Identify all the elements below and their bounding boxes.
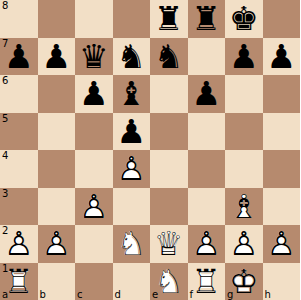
- black-rook-glyph: ♜: [150, 0, 188, 38]
- black-pawn-glyph: ♟: [263, 38, 301, 76]
- black-knight-glyph: ♞: [113, 38, 151, 76]
- square-c5[interactable]: [75, 113, 113, 151]
- square-e8[interactable]: ♜: [150, 0, 188, 38]
- square-c3[interactable]: ♟♙: [75, 188, 113, 226]
- piece-black-queen[interactable]: ♛: [75, 38, 113, 76]
- square-d6[interactable]: ♝: [113, 75, 151, 113]
- square-a7[interactable]: 7♟: [0, 38, 38, 76]
- black-pawn-glyph: ♟: [113, 113, 151, 151]
- rank-label-4: 4: [2, 151, 8, 161]
- square-f3[interactable]: [188, 188, 226, 226]
- rank-label-3: 3: [2, 189, 8, 199]
- rank-label-6: 6: [2, 76, 8, 86]
- file-label-a: a: [2, 290, 8, 300]
- piece-white-queen[interactable]: ♛♕: [150, 225, 188, 263]
- piece-black-rook[interactable]: ♜: [150, 0, 188, 38]
- square-d1[interactable]: d: [113, 263, 151, 300]
- square-h6[interactable]: [263, 75, 301, 113]
- square-f7[interactable]: [188, 38, 226, 76]
- square-g2[interactable]: ♟♙: [225, 225, 263, 263]
- square-a5[interactable]: 5: [0, 113, 38, 151]
- piece-white-bishop[interactable]: ♝♗: [225, 188, 263, 226]
- white-pawn-outline: ♙: [75, 188, 113, 226]
- square-f4[interactable]: [188, 150, 226, 188]
- black-rook-glyph: ♜: [188, 0, 226, 38]
- file-label-h: h: [265, 290, 271, 300]
- black-knight-glyph: ♞: [150, 38, 188, 76]
- square-e7[interactable]: ♞: [150, 38, 188, 76]
- square-h5[interactable]: [263, 113, 301, 151]
- square-h7[interactable]: ♟: [263, 38, 301, 76]
- file-label-d: d: [115, 290, 121, 300]
- square-a8[interactable]: 8: [0, 0, 38, 38]
- square-h1[interactable]: h: [263, 263, 301, 300]
- piece-black-pawn[interactable]: ♟: [75, 75, 113, 113]
- black-bishop-glyph: ♝: [113, 75, 151, 113]
- square-b4[interactable]: [38, 150, 76, 188]
- piece-white-pawn[interactable]: ♟♙: [38, 225, 76, 263]
- square-c8[interactable]: [75, 0, 113, 38]
- square-h8[interactable]: [263, 0, 301, 38]
- square-g3[interactable]: ♝♗: [225, 188, 263, 226]
- square-a1[interactable]: 1a♜♖: [0, 263, 38, 300]
- square-h4[interactable]: [263, 150, 301, 188]
- square-a6[interactable]: 6: [0, 75, 38, 113]
- square-e2[interactable]: ♛♕: [150, 225, 188, 263]
- square-e6[interactable]: [150, 75, 188, 113]
- square-d4[interactable]: ♟♙: [113, 150, 151, 188]
- square-d3[interactable]: [113, 188, 151, 226]
- square-a4[interactable]: 4: [0, 150, 38, 188]
- square-c2[interactable]: [75, 225, 113, 263]
- piece-black-bishop[interactable]: ♝: [113, 75, 151, 113]
- white-queen-outline: ♕: [150, 225, 188, 263]
- square-g6[interactable]: [225, 75, 263, 113]
- square-g5[interactable]: [225, 113, 263, 151]
- piece-white-pawn[interactable]: ♟♙: [75, 188, 113, 226]
- piece-white-knight[interactable]: ♞♘: [113, 225, 151, 263]
- square-a2[interactable]: 2♟♙: [0, 225, 38, 263]
- square-e3[interactable]: [150, 188, 188, 226]
- file-label-g: g: [227, 290, 233, 300]
- piece-black-knight[interactable]: ♞: [113, 38, 151, 76]
- chess-board: 8♜♜♚7♟♟♛♞♞♟♟6♟♝♟5♟4♟♙3♟♙♝♗2♟♙♟♙♞♘♛♕♟♙♟♙♟…: [0, 0, 300, 300]
- rank-label-1: 1: [2, 264, 8, 274]
- piece-black-rook[interactable]: ♜: [188, 0, 226, 38]
- black-queen-glyph: ♛: [75, 38, 113, 76]
- square-g7[interactable]: ♟: [225, 38, 263, 76]
- square-g4[interactable]: [225, 150, 263, 188]
- black-pawn-glyph: ♟: [38, 38, 76, 76]
- black-king-glyph: ♚: [225, 0, 263, 38]
- square-h2[interactable]: ♟♙: [263, 225, 301, 263]
- square-g8[interactable]: ♚: [225, 0, 263, 38]
- square-a3[interactable]: 3: [0, 188, 38, 226]
- square-b2[interactable]: ♟♙: [38, 225, 76, 263]
- file-label-e: e: [152, 290, 158, 300]
- square-g1[interactable]: g♚♔: [225, 263, 263, 300]
- white-rook-outline: ♖: [188, 263, 226, 300]
- rank-label-8: 8: [2, 1, 8, 11]
- square-e1[interactable]: e♞♘: [150, 263, 188, 300]
- piece-white-pawn[interactable]: ♟♙: [113, 150, 151, 188]
- piece-black-pawn[interactable]: ♟: [113, 113, 151, 151]
- piece-white-pawn[interactable]: ♟♙: [188, 225, 226, 263]
- black-pawn-glyph: ♟: [225, 38, 263, 76]
- white-bishop-outline: ♗: [225, 188, 263, 226]
- square-h3[interactable]: [263, 188, 301, 226]
- piece-black-pawn[interactable]: ♟: [263, 38, 301, 76]
- piece-black-pawn[interactable]: ♟: [225, 38, 263, 76]
- square-d2[interactable]: ♞♘: [113, 225, 151, 263]
- piece-white-rook[interactable]: ♜♖: [188, 263, 226, 300]
- square-e4[interactable]: [150, 150, 188, 188]
- piece-white-pawn[interactable]: ♟♙: [263, 225, 301, 263]
- square-b1[interactable]: b: [38, 263, 76, 300]
- white-pawn-outline: ♙: [113, 150, 151, 188]
- square-b3[interactable]: [38, 188, 76, 226]
- piece-white-pawn[interactable]: ♟♙: [225, 225, 263, 263]
- white-pawn-outline: ♙: [38, 225, 76, 263]
- white-pawn-outline: ♙: [188, 225, 226, 263]
- square-b7[interactable]: ♟: [38, 38, 76, 76]
- square-b6[interactable]: [38, 75, 76, 113]
- rank-label-7: 7: [2, 39, 8, 49]
- piece-black-knight[interactable]: ♞: [150, 38, 188, 76]
- piece-black-king[interactable]: ♚: [225, 0, 263, 38]
- square-c1[interactable]: c: [75, 263, 113, 300]
- square-c7[interactable]: ♛: [75, 38, 113, 76]
- square-f1[interactable]: f♜♖: [188, 263, 226, 300]
- piece-black-pawn[interactable]: ♟: [188, 75, 226, 113]
- square-d8[interactable]: [113, 0, 151, 38]
- square-e5[interactable]: [150, 113, 188, 151]
- square-f8[interactable]: ♜: [188, 0, 226, 38]
- square-d5[interactable]: ♟: [113, 113, 151, 151]
- black-pawn-glyph: ♟: [188, 75, 226, 113]
- square-d7[interactable]: ♞: [113, 38, 151, 76]
- square-f2[interactable]: ♟♙: [188, 225, 226, 263]
- file-label-f: f: [190, 290, 194, 300]
- white-pawn-outline: ♙: [263, 225, 301, 263]
- piece-black-pawn[interactable]: ♟: [38, 38, 76, 76]
- square-b5[interactable]: [38, 113, 76, 151]
- file-label-c: c: [77, 290, 83, 300]
- file-label-b: b: [40, 290, 46, 300]
- white-knight-outline: ♘: [113, 225, 151, 263]
- white-pawn-outline: ♙: [225, 225, 263, 263]
- rank-label-2: 2: [2, 226, 8, 236]
- square-f5[interactable]: [188, 113, 226, 151]
- square-c6[interactable]: ♟: [75, 75, 113, 113]
- square-f6[interactable]: ♟: [188, 75, 226, 113]
- rank-label-5: 5: [2, 114, 8, 124]
- black-pawn-glyph: ♟: [75, 75, 113, 113]
- square-b8[interactable]: [38, 0, 76, 38]
- square-c4[interactable]: [75, 150, 113, 188]
